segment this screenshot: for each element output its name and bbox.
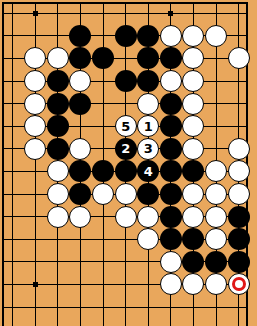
board-cell bbox=[137, 273, 160, 296]
board-cell bbox=[227, 70, 250, 93]
board-cell: 3 bbox=[137, 138, 160, 161]
board-cell bbox=[137, 2, 160, 25]
black-stone bbox=[182, 160, 204, 182]
board-cell bbox=[182, 183, 205, 206]
board-cell bbox=[137, 251, 160, 274]
board-cell bbox=[47, 2, 70, 25]
board-cell bbox=[137, 205, 160, 228]
black-stone bbox=[137, 183, 159, 205]
board-cell bbox=[227, 138, 250, 161]
board-cell bbox=[92, 296, 115, 319]
board-cell bbox=[24, 25, 47, 48]
white-stone bbox=[228, 273, 250, 295]
board-cell bbox=[24, 138, 47, 161]
board-cell bbox=[24, 2, 47, 25]
board-cell bbox=[47, 205, 70, 228]
board-cell bbox=[24, 160, 47, 183]
black-stone bbox=[47, 138, 69, 160]
board-cell: 5 bbox=[114, 115, 137, 138]
board-cell bbox=[137, 228, 160, 251]
board-cell bbox=[1, 2, 24, 25]
board-cell bbox=[1, 160, 24, 183]
black-stone bbox=[92, 47, 114, 69]
board-cell bbox=[182, 138, 205, 161]
board-cell bbox=[205, 228, 228, 251]
board-cell bbox=[182, 273, 205, 296]
hoshi-dot bbox=[33, 11, 38, 16]
board-cell bbox=[1, 183, 24, 206]
black-stone bbox=[160, 47, 182, 69]
board-cell bbox=[160, 296, 183, 319]
board-cell bbox=[160, 205, 183, 228]
move-number-label: 4 bbox=[144, 165, 153, 178]
board-cell bbox=[137, 296, 160, 319]
white-stone bbox=[137, 93, 159, 115]
black-stone bbox=[115, 25, 137, 47]
white-stone bbox=[24, 70, 46, 92]
board-cell bbox=[92, 115, 115, 138]
board-cell bbox=[69, 2, 92, 25]
red-circle-marker bbox=[232, 277, 246, 291]
white-stone: 5 bbox=[115, 115, 137, 137]
board-cell bbox=[182, 2, 205, 25]
board-cell bbox=[227, 273, 250, 296]
white-stone bbox=[182, 138, 204, 160]
move-number-label: 2 bbox=[121, 142, 130, 155]
board-cell bbox=[92, 138, 115, 161]
white-stone bbox=[160, 273, 182, 295]
board-cell bbox=[24, 115, 47, 138]
board-cell bbox=[227, 92, 250, 115]
black-stone bbox=[160, 206, 182, 228]
board-cell bbox=[182, 25, 205, 48]
black-stone bbox=[69, 25, 91, 47]
board-cell bbox=[24, 47, 47, 70]
black-stone bbox=[160, 93, 182, 115]
move-number-label: 5 bbox=[121, 120, 130, 133]
board-cell bbox=[24, 92, 47, 115]
board-cell bbox=[227, 47, 250, 70]
board-cell bbox=[160, 183, 183, 206]
black-stone bbox=[92, 160, 114, 182]
black-stone bbox=[228, 228, 250, 250]
white-stone bbox=[160, 25, 182, 47]
board-cell bbox=[227, 183, 250, 206]
board-cell bbox=[47, 70, 70, 93]
board-cell bbox=[182, 47, 205, 70]
board-cell bbox=[1, 47, 24, 70]
black-stone bbox=[47, 115, 69, 137]
board-cell bbox=[160, 138, 183, 161]
board-cell bbox=[182, 251, 205, 274]
board-cell bbox=[47, 115, 70, 138]
board-cell bbox=[160, 160, 183, 183]
board-cell bbox=[205, 25, 228, 48]
board-cell bbox=[114, 70, 137, 93]
white-stone bbox=[115, 206, 137, 228]
move-number-label: 3 bbox=[144, 142, 153, 155]
board-cell bbox=[1, 138, 24, 161]
white-stone bbox=[69, 138, 91, 160]
black-stone bbox=[205, 251, 227, 273]
board-cell bbox=[160, 228, 183, 251]
board-cell bbox=[92, 25, 115, 48]
board-cell bbox=[160, 70, 183, 93]
white-stone bbox=[182, 115, 204, 137]
board-cell bbox=[24, 183, 47, 206]
board-cell bbox=[92, 92, 115, 115]
board-cell bbox=[1, 92, 24, 115]
board-cell bbox=[1, 251, 24, 274]
black-stone bbox=[182, 251, 204, 273]
white-stone bbox=[47, 206, 69, 228]
black-stone bbox=[160, 138, 182, 160]
black-stone: 4 bbox=[137, 160, 159, 182]
board-cell bbox=[92, 47, 115, 70]
board-cell bbox=[205, 47, 228, 70]
hoshi-dot bbox=[168, 11, 173, 16]
board-cell bbox=[182, 296, 205, 319]
board-cell bbox=[92, 160, 115, 183]
board-cell bbox=[227, 205, 250, 228]
white-stone bbox=[205, 25, 227, 47]
board-cell: 2 bbox=[114, 138, 137, 161]
board-cell bbox=[160, 2, 183, 25]
board-cell bbox=[1, 273, 24, 296]
black-stone bbox=[228, 251, 250, 273]
white-stone bbox=[205, 206, 227, 228]
white-stone bbox=[182, 206, 204, 228]
board-cell bbox=[160, 273, 183, 296]
board-cell bbox=[69, 183, 92, 206]
white-stone bbox=[69, 206, 91, 228]
white-stone bbox=[182, 183, 204, 205]
board-cell bbox=[114, 47, 137, 70]
board-cell bbox=[114, 273, 137, 296]
board-cell bbox=[69, 251, 92, 274]
board-cell bbox=[92, 183, 115, 206]
board-cell bbox=[69, 160, 92, 183]
board-cell bbox=[24, 70, 47, 93]
hoshi-dot bbox=[33, 282, 38, 287]
board-cell bbox=[69, 228, 92, 251]
white-stone bbox=[47, 160, 69, 182]
board-cell bbox=[69, 92, 92, 115]
board-cell bbox=[47, 160, 70, 183]
board-cell bbox=[1, 205, 24, 228]
board-cell bbox=[92, 251, 115, 274]
white-stone: 1 bbox=[137, 115, 159, 137]
white-stone bbox=[228, 183, 250, 205]
board-cell bbox=[160, 25, 183, 48]
white-stone bbox=[160, 251, 182, 273]
white-stone bbox=[24, 47, 46, 69]
board-cell bbox=[47, 273, 70, 296]
board-cell bbox=[69, 47, 92, 70]
board-cell bbox=[160, 115, 183, 138]
board-cell bbox=[114, 251, 137, 274]
board-cell bbox=[205, 273, 228, 296]
board-cell bbox=[182, 160, 205, 183]
board-cell bbox=[47, 47, 70, 70]
black-stone bbox=[69, 93, 91, 115]
white-stone bbox=[182, 47, 204, 69]
black-stone bbox=[160, 160, 182, 182]
black-stone bbox=[160, 183, 182, 205]
white-stone bbox=[115, 183, 137, 205]
white-stone bbox=[24, 138, 46, 160]
board-cell bbox=[137, 92, 160, 115]
white-stone bbox=[137, 228, 159, 250]
board-cell bbox=[24, 273, 47, 296]
board-cell bbox=[160, 47, 183, 70]
board-cell bbox=[182, 70, 205, 93]
board-cell bbox=[92, 2, 115, 25]
board-cell bbox=[137, 47, 160, 70]
board-cell bbox=[114, 160, 137, 183]
board-cell bbox=[182, 228, 205, 251]
board-cell bbox=[182, 92, 205, 115]
white-stone bbox=[182, 93, 204, 115]
board-cell bbox=[69, 273, 92, 296]
board-cell bbox=[227, 25, 250, 48]
board-cell bbox=[47, 251, 70, 274]
white-stone bbox=[24, 93, 46, 115]
black-stone bbox=[137, 25, 159, 47]
white-stone bbox=[69, 70, 91, 92]
board-cell bbox=[114, 183, 137, 206]
board-cell bbox=[205, 138, 228, 161]
board-cell bbox=[114, 92, 137, 115]
board-cell bbox=[205, 251, 228, 274]
white-stone bbox=[205, 160, 227, 182]
black-stone bbox=[47, 93, 69, 115]
board-cell bbox=[69, 25, 92, 48]
board-cell bbox=[182, 205, 205, 228]
white-stone bbox=[228, 138, 250, 160]
board-cell bbox=[205, 70, 228, 93]
white-stone bbox=[24, 115, 46, 137]
board-cell bbox=[24, 205, 47, 228]
board-cell bbox=[24, 296, 47, 319]
board-cell bbox=[114, 205, 137, 228]
black-stone bbox=[115, 70, 137, 92]
white-stone bbox=[205, 183, 227, 205]
black-stone bbox=[228, 206, 250, 228]
board-cell bbox=[24, 251, 47, 274]
white-stone bbox=[47, 183, 69, 205]
board-cell bbox=[92, 273, 115, 296]
board-cell bbox=[1, 296, 24, 319]
board-cell bbox=[47, 183, 70, 206]
black-stone bbox=[69, 160, 91, 182]
white-stone bbox=[47, 47, 69, 69]
black-stone bbox=[137, 70, 159, 92]
board-cell bbox=[205, 2, 228, 25]
black-stone bbox=[137, 47, 159, 69]
board-cell bbox=[69, 138, 92, 161]
board-cell bbox=[160, 92, 183, 115]
board-cell bbox=[1, 70, 24, 93]
white-stone: 3 bbox=[137, 138, 159, 160]
board-cell bbox=[182, 115, 205, 138]
black-stone bbox=[115, 160, 137, 182]
board-cell: 1 bbox=[137, 115, 160, 138]
board-cell bbox=[69, 70, 92, 93]
black-stone bbox=[160, 228, 182, 250]
white-stone bbox=[205, 228, 227, 250]
board-cell bbox=[47, 92, 70, 115]
board-cell bbox=[160, 251, 183, 274]
white-stone bbox=[182, 70, 204, 92]
board-cell bbox=[137, 183, 160, 206]
white-stone bbox=[228, 47, 250, 69]
black-stone bbox=[69, 183, 91, 205]
board-cell bbox=[137, 70, 160, 93]
black-stone bbox=[182, 228, 204, 250]
black-stone bbox=[69, 47, 91, 69]
board-cell bbox=[114, 25, 137, 48]
white-stone bbox=[92, 183, 114, 205]
board-cell bbox=[114, 296, 137, 319]
board-cell bbox=[227, 2, 250, 25]
board-cell bbox=[1, 115, 24, 138]
black-stone: 2 bbox=[115, 138, 137, 160]
board-cell bbox=[1, 25, 24, 48]
board-cell bbox=[47, 228, 70, 251]
go-board: 51234 bbox=[0, 0, 257, 326]
board-cell bbox=[69, 296, 92, 319]
board-cell bbox=[227, 296, 250, 319]
board-cell bbox=[114, 228, 137, 251]
board-cell bbox=[92, 70, 115, 93]
board-cell bbox=[24, 228, 47, 251]
board-cell bbox=[205, 205, 228, 228]
board-cell bbox=[137, 25, 160, 48]
board-cell bbox=[69, 205, 92, 228]
white-stone bbox=[205, 273, 227, 295]
board-grid: 51234 bbox=[1, 2, 250, 318]
board-cell bbox=[205, 115, 228, 138]
board-cell: 4 bbox=[137, 160, 160, 183]
board-cell bbox=[205, 296, 228, 319]
board-cell bbox=[114, 2, 137, 25]
board-cell bbox=[47, 138, 70, 161]
board-cell bbox=[47, 25, 70, 48]
board-cell bbox=[69, 115, 92, 138]
board-cell bbox=[47, 296, 70, 319]
white-stone bbox=[160, 70, 182, 92]
white-stone bbox=[182, 25, 204, 47]
board-cell bbox=[1, 228, 24, 251]
white-stone bbox=[137, 206, 159, 228]
white-stone bbox=[228, 160, 250, 182]
black-stone bbox=[47, 70, 69, 92]
board-cell bbox=[205, 183, 228, 206]
board-cell bbox=[92, 205, 115, 228]
board-cell bbox=[205, 160, 228, 183]
board-cell bbox=[227, 228, 250, 251]
white-stone bbox=[182, 273, 204, 295]
board-cell bbox=[92, 228, 115, 251]
black-stone bbox=[160, 115, 182, 137]
board-cell bbox=[227, 160, 250, 183]
move-number-label: 1 bbox=[144, 120, 153, 133]
board-cell bbox=[227, 251, 250, 274]
board-cell bbox=[227, 115, 250, 138]
board-cell bbox=[205, 92, 228, 115]
